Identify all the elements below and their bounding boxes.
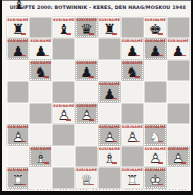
square-a4 (7, 103, 30, 125)
stamp-value-mark (44, 162, 49, 164)
square-f1: SURINAME♜♖ (121, 167, 144, 189)
stamp-c4: SURINAME♟♙ (53, 103, 75, 123)
stamp-value-mark (112, 98, 117, 100)
stamp-d8: SURINAME♛ (76, 17, 98, 37)
stamp-g3: SURINAME♞♘ (144, 125, 166, 145)
stamp-a3: SURINAME♟♙ (7, 125, 29, 145)
square-h3 (167, 124, 190, 146)
square-d3 (75, 124, 98, 146)
stamp-h7: SURINAME♟ (167, 39, 189, 59)
sheet-title: UITGIFTE 2000: BOTWINNIK - KERES, DEN HA… (10, 5, 186, 10)
square-b3 (29, 124, 52, 146)
stamp-g2: SURINAME♟♙ (144, 146, 166, 166)
square-g8: SURINAME♚ (144, 17, 167, 39)
square-g5 (144, 81, 167, 103)
stamp-value-mark (21, 55, 26, 57)
square-e6 (98, 60, 121, 82)
square-e2: SURINAME♝♗ (98, 146, 121, 168)
square-c8: SURINAME♝ (52, 17, 75, 39)
stamp-d4: SURINAME♟♙ (76, 103, 98, 123)
stamp-value-mark (89, 33, 94, 35)
stamp-e2: SURINAME♝♗ (99, 146, 121, 166)
stamp-value-mark (158, 141, 163, 143)
stamp-g8: SURINAME♚ (144, 17, 166, 37)
stamp-value-mark (89, 76, 94, 78)
square-h7: SURINAME♟ (167, 38, 190, 60)
square-e7 (98, 38, 121, 60)
square-d2 (75, 146, 98, 168)
square-d8: SURINAME♛ (75, 17, 98, 39)
square-c2 (52, 146, 75, 168)
stamp-h2: SURINAME♟♙ (167, 146, 189, 166)
stamp-value-mark (181, 55, 186, 57)
stamp-b2: SURINAME♝♗ (30, 146, 52, 166)
stamp-value-mark (21, 33, 26, 35)
square-c3 (52, 124, 75, 146)
stamp-f3: SURINAME♟♙ (122, 125, 144, 145)
square-e4 (98, 103, 121, 125)
square-e8: SURINAME♜ (98, 17, 121, 39)
square-g6 (144, 60, 167, 82)
square-b1 (29, 167, 52, 189)
perforation-row (7, 189, 190, 190)
square-c7 (52, 38, 75, 60)
stamp-g1: SURINAME♚♔ (144, 168, 166, 188)
square-d5 (75, 81, 98, 103)
stamp-value-mark (181, 162, 186, 164)
stamp-value-mark (89, 184, 94, 186)
square-a2 (7, 146, 30, 168)
stamp-a8: SURINAME♜ (7, 17, 29, 37)
sheet-header: ♝ UITGIFTE 2000: BOTWINNIK - KERES, DEN … (4, 1, 186, 15)
square-g1: SURINAME♚♔ (144, 167, 167, 189)
sheet-edge-right (191, 0, 193, 195)
square-e5: SURINAME♟ (98, 81, 121, 103)
sheet-edge-bottom (0, 191, 193, 195)
square-a3: SURINAME♟♙ (7, 124, 30, 146)
square-d1: SURINAME♛♕ (75, 167, 98, 189)
square-f6: SURINAME♞ (121, 60, 144, 82)
square-a1: SURINAME♜♖ (7, 167, 30, 189)
stamp-value-mark (158, 55, 163, 57)
stamp-value-mark (21, 184, 26, 186)
stamp-e5: SURINAME♟ (99, 82, 121, 102)
stamp-value-mark (66, 119, 71, 121)
square-h2: SURINAME♟♙ (167, 146, 190, 168)
square-b6: SURINAME♞ (29, 60, 52, 82)
stamp-b7: SURINAME♟ (30, 39, 52, 59)
square-f7: SURINAME♟ (121, 38, 144, 60)
stamp-value-mark (112, 162, 117, 164)
stamp-value-mark (44, 55, 49, 57)
square-d6: SURINAME♟ (75, 60, 98, 82)
square-f2 (121, 146, 144, 168)
square-c4: SURINAME♟♙ (52, 103, 75, 125)
stamp-g7: SURINAME♟ (144, 39, 166, 59)
square-c6 (52, 60, 75, 82)
stamp-e8: SURINAME♜ (99, 17, 121, 37)
square-h5 (167, 81, 190, 103)
sheet-edge-left (0, 0, 2, 195)
stamp-value-mark (158, 184, 163, 186)
chessboard: SURINAME♜SURINAME♝SURINAME♛SURINAME♜SURI… (7, 17, 190, 189)
square-h8 (167, 17, 190, 39)
square-e1 (98, 167, 121, 189)
square-g7: SURINAME♟ (144, 38, 167, 60)
stamp-value-mark (135, 76, 140, 78)
square-a6 (7, 60, 30, 82)
stamp-value-mark (112, 33, 117, 35)
square-g4 (144, 103, 167, 125)
stamp-f6: SURINAME♞ (122, 60, 144, 80)
stamp-f1: SURINAME♜♖ (122, 168, 144, 188)
stamp-c8: SURINAME♝ (53, 17, 75, 37)
stamp-e3: SURINAME♟♙ (99, 125, 121, 145)
square-a7: SURINAME♟ (7, 38, 30, 60)
square-f3: SURINAME♟♙ (121, 124, 144, 146)
square-e3: SURINAME♟♙ (98, 124, 121, 146)
stamp-value-mark (66, 33, 71, 35)
stamp-value-mark (135, 141, 140, 143)
square-b7: SURINAME♟ (29, 38, 52, 60)
stamp-value-mark (135, 55, 140, 57)
square-d7 (75, 38, 98, 60)
square-d4: SURINAME♟♙ (75, 103, 98, 125)
square-c1 (52, 167, 75, 189)
square-h1 (167, 167, 190, 189)
stamp-value-mark (135, 184, 140, 186)
square-f5 (121, 81, 144, 103)
square-a8: SURINAME♜ (7, 17, 30, 39)
stamp-a1: SURINAME♜♖ (7, 168, 29, 188)
stamp-value-mark (44, 76, 49, 78)
square-g2: SURINAME♟♙ (144, 146, 167, 168)
square-a5 (7, 81, 30, 103)
square-f8 (121, 17, 144, 39)
square-g3: SURINAME♞♘ (144, 124, 167, 146)
stamp-sheet: ♝ UITGIFTE 2000: BOTWINNIK - KERES, DEN … (0, 0, 193, 195)
square-h4 (167, 103, 190, 125)
square-f4 (121, 103, 144, 125)
square-b8 (29, 17, 52, 39)
square-h6 (167, 60, 190, 82)
stamp-value-mark (158, 162, 163, 164)
stamp-d1: SURINAME♛♕ (76, 168, 98, 188)
stamp-b6: SURINAME♞ (30, 60, 52, 80)
square-b5 (29, 81, 52, 103)
stamp-value-mark (112, 141, 117, 143)
stamp-f7: SURINAME♟ (122, 39, 144, 59)
stamp-a7: SURINAME♟ (7, 39, 29, 59)
stamp-d6: SURINAME♟ (76, 60, 98, 80)
square-b4 (29, 103, 52, 125)
square-b2: SURINAME♝♗ (29, 146, 52, 168)
square-c5 (52, 81, 75, 103)
stamp-value-mark (158, 33, 163, 35)
stamp-value-mark (21, 141, 26, 143)
stamp-value-mark (89, 119, 94, 121)
